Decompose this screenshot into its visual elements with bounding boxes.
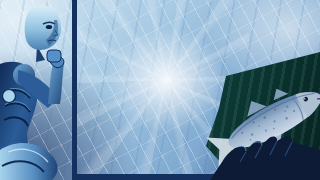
robot-thinker-icon [0, 0, 82, 180]
thumbnail-stage [0, 0, 320, 180]
board-squares [77, 0, 249, 174]
file-coordinates [72, 174, 249, 180]
chess-board [72, 0, 249, 180]
